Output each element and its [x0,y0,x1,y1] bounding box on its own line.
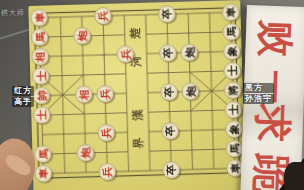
banner-char: 败 [257,19,295,57]
red-player-badge: 红方 高手 [12,86,34,107]
svg-text:相: 相 [78,89,90,101]
svg-text:車: 車 [225,6,237,17]
svg-text:相: 相 [34,51,46,63]
svg-text:兵: 兵 [119,48,131,60]
svg-text:卒: 卒 [161,8,173,19]
svg-text:炮: 炮 [79,147,91,159]
svg-text:炮: 炮 [184,86,196,98]
svg-text:士: 士 [226,65,238,76]
svg-text:車: 車 [37,168,49,179]
svg-text:卒: 卒 [165,164,177,175]
svg-text:馬: 馬 [228,143,240,155]
svg-text:兵: 兵 [99,88,111,100]
svg-text:馬: 馬 [34,31,46,43]
svg-text:炮: 炮 [76,30,88,42]
river-text: 界 [131,137,145,150]
river-text: 楚 [128,27,142,40]
svg-text:馬: 馬 [37,148,49,160]
svg-text:炮: 炮 [183,47,195,59]
svg-text:卒: 卒 [164,125,176,136]
svg-text:兵: 兵 [100,127,112,139]
channel-watermark: 棋大师 [1,8,25,18]
svg-text:將: 將 [227,84,239,96]
xiangqi-board: 楚河漢界車馬相士帥士馬車炮相炮兵兵兵兵兵車馬象士將士象馬車炮炮卒卒卒卒卒 [28,0,245,190]
street-scene: 楚河漢界車馬相士帥士馬車炮相炮兵兵兵兵兵車馬象士將士象馬車炮炮卒卒卒卒卒 败 一… [0,0,304,190]
board-grid: 楚河漢界車馬相士帥士馬車炮相炮兵兵兵兵兵車馬象士將士象馬車炮炮卒卒卒卒卒 [28,0,245,190]
svg-text:象: 象 [226,45,238,57]
svg-text:士: 士 [35,70,47,81]
svg-text:卒: 卒 [163,86,175,97]
svg-text:車: 車 [229,162,241,173]
svg-text:馬: 馬 [225,26,237,38]
svg-text:兵: 兵 [97,10,109,22]
svg-text:士: 士 [227,104,239,115]
corner-shadow [284,162,304,190]
red-side-label: 红方 [12,86,34,96]
svg-text:卒: 卒 [162,47,174,58]
svg-text:兵: 兵 [101,166,113,178]
svg-text:車: 車 [33,12,45,23]
river-text: 漢 [131,109,145,122]
black-player-badge: 黑方 孙浩宇 [243,83,274,104]
black-side-label: 黑方 [243,83,274,93]
svg-text:士: 士 [36,109,48,120]
svg-text:帥: 帥 [35,90,47,101]
banner-char: 求 [253,103,292,142]
black-player-name: 孙浩宇 [243,94,274,104]
svg-text:象: 象 [228,123,240,135]
red-player-name: 高手 [12,97,34,107]
